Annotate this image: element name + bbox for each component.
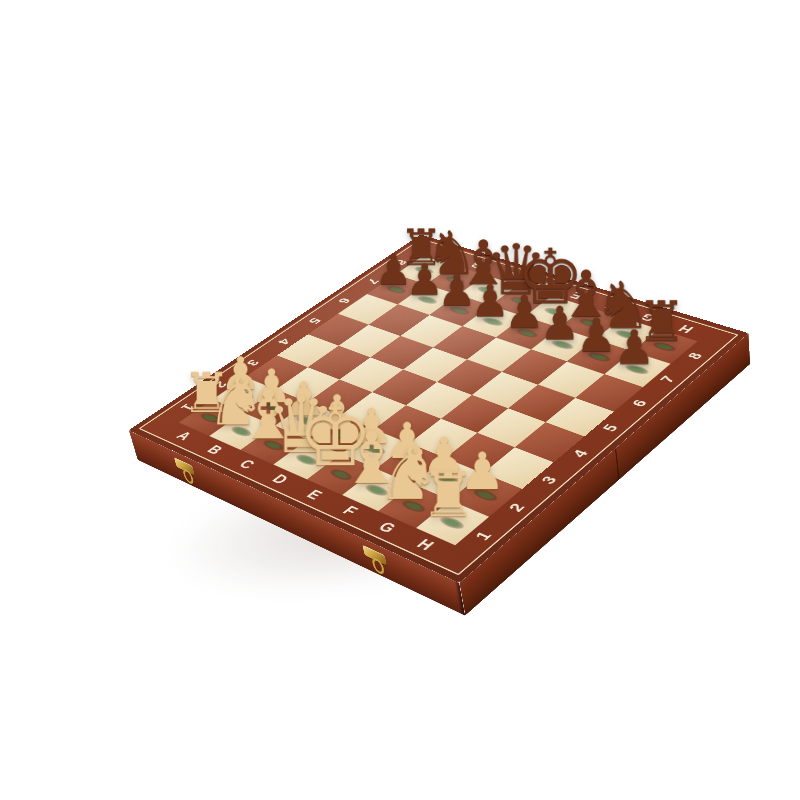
product-photo: ABCDEFGH 87654321 87654321 ABCDEFGH ♜♞♝♛… (0, 0, 800, 800)
fold-seam (615, 448, 620, 480)
white-rook-h1: ♜ (390, 464, 506, 526)
brass-clasp-right (362, 545, 387, 569)
black-pawn-h7: ♟ (581, 324, 686, 371)
brass-clasp-left (174, 457, 196, 478)
